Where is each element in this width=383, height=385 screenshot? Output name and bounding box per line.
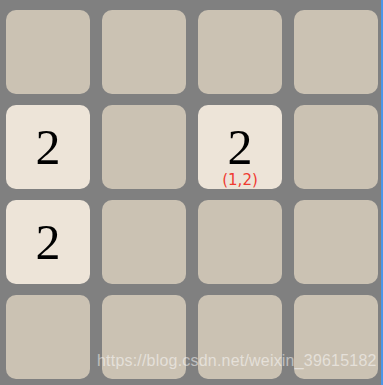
empty-cell-r0c0 [6,10,90,94]
empty-cell-r3c1 [102,295,186,379]
tile-value: 2 [36,217,61,267]
empty-cell-r2c1 [102,200,186,284]
empty-cell-r2c2 [198,200,282,284]
empty-cell-r3c3 [294,295,378,379]
empty-cell-r3c0 [6,295,90,379]
tile-2-r1c2: 2(1,2) [198,105,282,189]
tile-2-r1c0: 2 [6,105,90,189]
empty-cell-r3c2 [198,295,282,379]
tile-2-r2c0: 2 [6,200,90,284]
tile-value: 2 [228,122,253,172]
empty-cell-r0c3 [294,10,378,94]
empty-cell-r0c2 [198,10,282,94]
empty-cell-r1c3 [294,105,378,189]
empty-cell-r2c3 [294,200,378,284]
empty-cell-r1c1 [102,105,186,189]
tile-coordinate-annotation: (1,2) [198,173,282,188]
tile-value: 2 [36,122,61,172]
empty-cell-r0c1 [102,10,186,94]
game-board-2048[interactable]: 22(1,2)2 [6,10,378,379]
